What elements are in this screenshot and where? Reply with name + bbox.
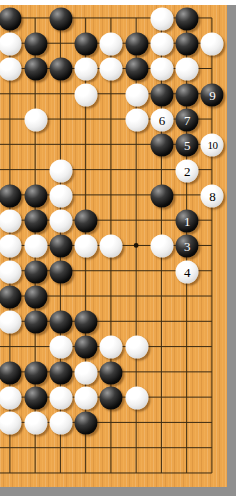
board-point[interactable] xyxy=(174,182,199,207)
board-point[interactable] xyxy=(0,410,23,435)
board-point[interactable] xyxy=(98,106,123,131)
board-point[interactable] xyxy=(73,283,98,308)
black-stone xyxy=(24,184,47,207)
black-stone xyxy=(75,33,98,56)
board-point[interactable] xyxy=(124,157,149,182)
board-point[interactable] xyxy=(73,460,98,485)
board-point[interactable] xyxy=(48,81,73,106)
black-stone xyxy=(49,58,72,81)
board-point[interactable] xyxy=(174,334,199,359)
board-point[interactable] xyxy=(73,132,98,157)
board-point[interactable] xyxy=(149,56,174,81)
board-point[interactable] xyxy=(23,359,48,384)
board-point[interactable] xyxy=(73,56,98,81)
board-point[interactable] xyxy=(98,334,123,359)
white-stone xyxy=(24,412,47,435)
board-point[interactable] xyxy=(23,106,48,131)
board-point[interactable] xyxy=(199,359,224,384)
board-point[interactable] xyxy=(199,410,224,435)
board-point[interactable] xyxy=(0,258,23,283)
board-point[interactable]: 6 xyxy=(149,106,174,131)
board-point[interactable] xyxy=(48,157,73,182)
board-point[interactable] xyxy=(23,182,48,207)
black-stone: 3 xyxy=(176,235,199,258)
board-point[interactable] xyxy=(73,5,98,30)
board-point[interactable] xyxy=(199,157,224,182)
black-stone xyxy=(24,33,47,56)
board-point[interactable] xyxy=(149,308,174,333)
board-point[interactable] xyxy=(149,435,174,460)
board-point[interactable] xyxy=(0,359,23,384)
board-point[interactable] xyxy=(124,410,149,435)
black-stone xyxy=(24,58,47,81)
black-stone xyxy=(100,386,123,409)
board-point[interactable] xyxy=(174,384,199,409)
board-point[interactable] xyxy=(0,384,23,409)
board-point[interactable] xyxy=(149,207,174,232)
board-point[interactable] xyxy=(199,31,224,56)
board-point[interactable] xyxy=(124,132,149,157)
board-point[interactable] xyxy=(48,207,73,232)
board-point[interactable] xyxy=(48,308,73,333)
board-point[interactable] xyxy=(23,207,48,232)
black-stone xyxy=(24,311,47,334)
board-point[interactable] xyxy=(48,435,73,460)
board-point[interactable] xyxy=(98,233,123,258)
board-point[interactable] xyxy=(0,334,23,359)
white-stone xyxy=(75,386,98,409)
black-stone xyxy=(24,285,47,308)
white-stone: 8 xyxy=(201,184,224,207)
board-point[interactable] xyxy=(174,283,199,308)
board-point[interactable] xyxy=(199,233,224,258)
board-point[interactable] xyxy=(149,5,174,30)
board-point[interactable] xyxy=(23,283,48,308)
board-point[interactable] xyxy=(73,334,98,359)
board-point[interactable] xyxy=(124,31,149,56)
board-point[interactable] xyxy=(149,359,174,384)
board-point[interactable] xyxy=(199,384,224,409)
board-point[interactable] xyxy=(149,233,174,258)
board-grid: 96751028134 xyxy=(0,5,225,485)
board-point[interactable]: 1 xyxy=(174,207,199,232)
black-stone xyxy=(24,210,47,233)
board-point[interactable]: 8 xyxy=(199,182,224,207)
board-point[interactable] xyxy=(0,31,23,56)
white-stone xyxy=(0,260,22,283)
black-stone xyxy=(24,260,47,283)
white-stone xyxy=(0,235,22,258)
board-point[interactable] xyxy=(174,308,199,333)
white-stone xyxy=(49,412,72,435)
black-stone xyxy=(75,336,98,359)
board-point[interactable] xyxy=(48,233,73,258)
board-point[interactable] xyxy=(23,5,48,30)
board-point[interactable] xyxy=(199,5,224,30)
board-point[interactable] xyxy=(174,31,199,56)
board-point[interactable] xyxy=(73,31,98,56)
board-point[interactable] xyxy=(48,334,73,359)
move-number-label: 7 xyxy=(184,113,191,126)
black-stone xyxy=(176,7,199,30)
board-point[interactable] xyxy=(174,410,199,435)
board-point[interactable] xyxy=(98,31,123,56)
white-stone xyxy=(0,58,22,81)
board-point[interactable] xyxy=(0,233,23,258)
board-point[interactable] xyxy=(48,460,73,485)
white-stone: 2 xyxy=(176,159,199,182)
board-point[interactable] xyxy=(98,460,123,485)
board-point[interactable] xyxy=(48,384,73,409)
board-point[interactable] xyxy=(174,435,199,460)
board-point[interactable] xyxy=(174,359,199,384)
board-point[interactable] xyxy=(174,5,199,30)
board-point[interactable] xyxy=(174,81,199,106)
board-point[interactable]: 5 xyxy=(174,132,199,157)
board-point[interactable] xyxy=(48,56,73,81)
black-stone xyxy=(75,210,98,233)
board-point[interactable] xyxy=(199,283,224,308)
board-point[interactable] xyxy=(124,106,149,131)
board-point[interactable] xyxy=(73,81,98,106)
black-stone xyxy=(49,235,72,258)
board-point[interactable] xyxy=(23,308,48,333)
board-point[interactable] xyxy=(124,258,149,283)
move-number-label: 8 xyxy=(209,189,216,202)
board-point[interactable] xyxy=(98,182,123,207)
board-point[interactable] xyxy=(0,182,23,207)
board-point[interactable] xyxy=(48,258,73,283)
board-point[interactable] xyxy=(0,308,23,333)
move-number-label: 2 xyxy=(184,164,191,177)
board-point[interactable]: 7 xyxy=(174,106,199,131)
board-point[interactable] xyxy=(73,435,98,460)
board-point[interactable] xyxy=(48,31,73,56)
move-number-label: 6 xyxy=(159,113,166,126)
black-stone xyxy=(150,184,173,207)
black-stone xyxy=(100,361,123,384)
board-point[interactable] xyxy=(149,410,174,435)
white-stone xyxy=(0,33,22,56)
white-stone xyxy=(201,33,224,56)
board-point[interactable] xyxy=(73,182,98,207)
board-point[interactable] xyxy=(199,56,224,81)
board-point[interactable] xyxy=(23,81,48,106)
board-point[interactable]: 9 xyxy=(199,81,224,106)
board-point[interactable] xyxy=(98,207,123,232)
board-point[interactable] xyxy=(98,384,123,409)
black-stone xyxy=(49,7,72,30)
white-stone xyxy=(100,33,123,56)
board-point[interactable] xyxy=(23,460,48,485)
move-number-label: 4 xyxy=(184,265,191,278)
board-point[interactable]: 10 xyxy=(199,132,224,157)
board-point[interactable] xyxy=(23,410,48,435)
white-stone xyxy=(150,235,173,258)
board-point[interactable] xyxy=(98,410,123,435)
black-stone xyxy=(125,58,148,81)
board-point[interactable] xyxy=(124,334,149,359)
white-stone xyxy=(49,210,72,233)
black-stone xyxy=(0,285,22,308)
board-point[interactable] xyxy=(124,182,149,207)
white-stone xyxy=(24,108,47,131)
white-stone xyxy=(125,108,148,131)
board-point[interactable] xyxy=(124,283,149,308)
board-point[interactable] xyxy=(124,56,149,81)
board-point[interactable] xyxy=(73,359,98,384)
board-point[interactable] xyxy=(149,334,174,359)
board-point[interactable] xyxy=(73,106,98,131)
board-point[interactable] xyxy=(174,56,199,81)
board-point[interactable] xyxy=(0,283,23,308)
board-point[interactable] xyxy=(73,157,98,182)
board-point[interactable] xyxy=(149,157,174,182)
white-stone xyxy=(100,235,123,258)
board-point[interactable] xyxy=(149,258,174,283)
white-stone xyxy=(75,361,98,384)
board-point[interactable] xyxy=(0,132,23,157)
go-diagram: 96751028134 xyxy=(0,0,240,500)
board-point[interactable] xyxy=(0,5,23,30)
white-stone xyxy=(125,83,148,106)
board-point[interactable] xyxy=(0,460,23,485)
black-stone xyxy=(49,260,72,283)
board-point[interactable] xyxy=(98,157,123,182)
board-point[interactable] xyxy=(23,435,48,460)
white-stone xyxy=(100,336,123,359)
board-point[interactable]: 3 xyxy=(174,233,199,258)
black-stone xyxy=(0,7,22,30)
board-point[interactable] xyxy=(98,283,123,308)
board-point[interactable] xyxy=(73,233,98,258)
black-stone: 7 xyxy=(176,108,199,131)
board-point[interactable] xyxy=(199,308,224,333)
board-point[interactable] xyxy=(199,334,224,359)
board-point[interactable] xyxy=(149,31,174,56)
board-point[interactable]: 2 xyxy=(174,157,199,182)
board-point[interactable] xyxy=(23,132,48,157)
white-stone xyxy=(150,7,173,30)
black-stone xyxy=(75,412,98,435)
move-number-label: 3 xyxy=(184,240,191,253)
board-point[interactable] xyxy=(73,207,98,232)
white-stone: 6 xyxy=(150,108,173,131)
board-point[interactable] xyxy=(149,81,174,106)
black-stone xyxy=(125,33,148,56)
board-point[interactable] xyxy=(73,410,98,435)
board-point[interactable] xyxy=(98,5,123,30)
black-stone xyxy=(24,386,47,409)
board-point[interactable] xyxy=(98,258,123,283)
white-stone xyxy=(125,336,148,359)
board-point[interactable] xyxy=(124,207,149,232)
move-number-label: 10 xyxy=(207,140,217,151)
black-stone xyxy=(176,33,199,56)
board-point[interactable] xyxy=(23,56,48,81)
board-point[interactable] xyxy=(124,384,149,409)
board-point[interactable] xyxy=(149,384,174,409)
board-point[interactable] xyxy=(48,106,73,131)
white-stone xyxy=(24,235,47,258)
board-point[interactable] xyxy=(0,106,23,131)
white-stone xyxy=(49,184,72,207)
board-point[interactable] xyxy=(124,359,149,384)
board-point[interactable] xyxy=(149,283,174,308)
board-point[interactable] xyxy=(98,81,123,106)
move-number-label: 5 xyxy=(184,139,191,152)
white-stone xyxy=(100,58,123,81)
board-point[interactable] xyxy=(149,132,174,157)
board-point[interactable]: 4 xyxy=(174,258,199,283)
board-point[interactable] xyxy=(124,233,149,258)
board-point[interactable] xyxy=(23,334,48,359)
black-stone xyxy=(49,311,72,334)
black-stone xyxy=(176,83,199,106)
black-stone: 5 xyxy=(176,134,199,157)
board-point[interactable] xyxy=(48,5,73,30)
board-point[interactable] xyxy=(73,258,98,283)
board-point[interactable] xyxy=(124,460,149,485)
board-point[interactable] xyxy=(0,435,23,460)
white-stone xyxy=(0,210,22,233)
board-point[interactable] xyxy=(48,410,73,435)
board-point[interactable] xyxy=(23,157,48,182)
white-stone xyxy=(75,235,98,258)
white-stone xyxy=(176,58,199,81)
white-stone xyxy=(0,412,22,435)
move-number-label: 1 xyxy=(184,215,191,228)
white-stone xyxy=(49,159,72,182)
board-point[interactable] xyxy=(23,233,48,258)
black-stone xyxy=(150,134,173,157)
white-stone xyxy=(150,33,173,56)
black-stone xyxy=(150,83,173,106)
board-point[interactable] xyxy=(98,132,123,157)
board-point[interactable] xyxy=(48,359,73,384)
black-stone xyxy=(49,361,72,384)
board-point[interactable] xyxy=(98,435,123,460)
black-stone: 1 xyxy=(176,210,199,233)
white-stone xyxy=(0,311,22,334)
black-stone xyxy=(0,184,22,207)
black-stone xyxy=(75,311,98,334)
board-point[interactable] xyxy=(98,308,123,333)
board-point[interactable] xyxy=(48,132,73,157)
board-point[interactable] xyxy=(124,81,149,106)
board-point[interactable] xyxy=(174,460,199,485)
go-board: 96751028134 xyxy=(0,5,236,496)
board-point[interactable] xyxy=(73,384,98,409)
board-point[interactable] xyxy=(124,308,149,333)
white-stone xyxy=(75,83,98,106)
board-point[interactable] xyxy=(199,207,224,232)
board-point[interactable] xyxy=(199,460,224,485)
board-point[interactable] xyxy=(0,207,23,232)
board-point[interactable] xyxy=(23,384,48,409)
board-point[interactable] xyxy=(149,182,174,207)
board-point[interactable] xyxy=(0,56,23,81)
white-stone xyxy=(0,386,22,409)
board-point[interactable] xyxy=(124,435,149,460)
board-point[interactable] xyxy=(199,435,224,460)
white-stone xyxy=(49,336,72,359)
board-point[interactable] xyxy=(48,283,73,308)
board-point[interactable] xyxy=(98,359,123,384)
white-stone xyxy=(75,58,98,81)
board-point[interactable] xyxy=(98,56,123,81)
board-point[interactable] xyxy=(149,460,174,485)
board-point[interactable] xyxy=(199,106,224,131)
white-stone: 10 xyxy=(201,134,224,157)
board-point[interactable] xyxy=(48,182,73,207)
white-stone xyxy=(150,58,173,81)
board-point[interactable] xyxy=(23,258,48,283)
board-point[interactable] xyxy=(199,258,224,283)
black-stone: 9 xyxy=(201,83,224,106)
board-point[interactable] xyxy=(73,308,98,333)
board-point[interactable] xyxy=(0,157,23,182)
board-point[interactable] xyxy=(124,5,149,30)
black-stone xyxy=(24,361,47,384)
move-number-label: 9 xyxy=(209,88,216,101)
white-stone: 4 xyxy=(176,260,199,283)
white-stone xyxy=(49,386,72,409)
white-stone xyxy=(125,386,148,409)
board-point[interactable] xyxy=(23,31,48,56)
black-stone xyxy=(0,361,22,384)
board-point[interactable] xyxy=(0,81,23,106)
